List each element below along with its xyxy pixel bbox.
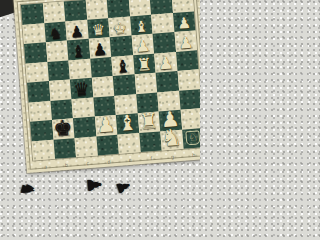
file-label-h: h xyxy=(188,152,198,159)
square-b1[interactable] xyxy=(53,138,76,159)
white-pawn-d2[interactable]: ♟ xyxy=(96,113,116,135)
chess-board: ♞♟♛♚♝♟♝♟♟♟♝♜♟♛♚♟♝♜♟♞♘ abcdefgh xyxy=(13,0,200,173)
square-d2[interactable]: ♟ xyxy=(94,115,117,136)
photo-background: { "game": "chess", "scene": "overhead ph… xyxy=(0,0,200,200)
captured-black-piece-1[interactable]: ♞ xyxy=(17,180,37,199)
square-e5[interactable]: ♝ xyxy=(111,55,134,76)
square-c3[interactable] xyxy=(71,97,94,118)
square-d1[interactable] xyxy=(96,134,119,155)
square-a1[interactable] xyxy=(32,139,55,160)
file-label-e: e xyxy=(125,157,135,164)
square-b8[interactable] xyxy=(42,2,65,23)
square-h3[interactable] xyxy=(179,89,200,110)
square-e8[interactable] xyxy=(107,0,130,18)
square-c4[interactable]: ♛ xyxy=(70,78,93,99)
white-rook-f2[interactable]: ♜ xyxy=(138,110,158,132)
file-label-g: g xyxy=(167,153,177,160)
square-c8[interactable] xyxy=(64,0,87,21)
square-d6[interactable]: ♟ xyxy=(88,37,111,58)
square-h2[interactable] xyxy=(180,108,200,129)
square-a6[interactable] xyxy=(24,42,47,63)
square-f6[interactable]: ♟ xyxy=(131,34,154,55)
file-label-c: c xyxy=(82,160,92,167)
black-king-b2[interactable]: ♚ xyxy=(53,117,73,139)
square-h5[interactable] xyxy=(176,50,199,71)
square-h4[interactable] xyxy=(177,69,200,90)
black-knight-b7[interactable]: ♞ xyxy=(48,26,63,42)
white-rook-f5[interactable]: ♜ xyxy=(136,56,153,74)
square-c1[interactable] xyxy=(74,136,97,157)
square-h7[interactable]: ♟ xyxy=(172,11,195,32)
black-bishop-c6[interactable]: ♝ xyxy=(71,43,87,60)
square-h6[interactable]: ♟ xyxy=(174,30,197,51)
brand-emblem: ♘ xyxy=(182,128,200,149)
black-pawn-d6[interactable]: ♟ xyxy=(92,41,108,58)
white-queen-d7[interactable]: ♛ xyxy=(91,22,106,38)
square-g4[interactable] xyxy=(156,71,179,92)
white-pawn-f6[interactable]: ♟ xyxy=(135,38,151,55)
black-pawn-c7[interactable]: ♟ xyxy=(70,24,85,40)
square-a8[interactable] xyxy=(21,3,44,24)
square-f5[interactable]: ♜ xyxy=(133,53,156,74)
square-f1[interactable] xyxy=(139,131,162,152)
white-pawn-g5[interactable]: ♟ xyxy=(157,54,174,72)
square-e7[interactable]: ♚ xyxy=(108,16,131,37)
file-label-b: b xyxy=(61,162,71,169)
square-e4[interactable] xyxy=(113,74,136,95)
square-a3[interactable] xyxy=(29,101,52,122)
square-d8[interactable] xyxy=(85,0,108,19)
square-g6[interactable] xyxy=(153,32,176,53)
white-bishop-f7[interactable]: ♝ xyxy=(134,19,149,35)
square-a7[interactable] xyxy=(22,23,45,44)
square-b5[interactable] xyxy=(47,60,70,81)
white-knight-g1[interactable]: ♞ xyxy=(160,126,182,151)
white-king-e7[interactable]: ♚ xyxy=(113,21,128,37)
square-a5[interactable] xyxy=(25,62,48,83)
square-f2[interactable]: ♜ xyxy=(137,112,160,133)
file-label-f: f xyxy=(146,155,156,162)
captured-black-piece-3[interactable]: ♟ xyxy=(113,178,133,197)
square-f7[interactable]: ♝ xyxy=(130,14,153,35)
square-g1[interactable]: ♞ xyxy=(160,129,183,150)
square-c6[interactable]: ♝ xyxy=(67,39,90,60)
square-c2[interactable] xyxy=(73,117,96,138)
square-d4[interactable] xyxy=(91,76,114,97)
file-label-a: a xyxy=(40,163,50,170)
captured-black-piece-2[interactable]: ♟ xyxy=(84,176,103,194)
knight-crest-icon: ♘ xyxy=(186,131,200,146)
square-c5[interactable] xyxy=(68,58,91,79)
square-g7[interactable] xyxy=(151,13,174,34)
square-d7[interactable]: ♛ xyxy=(87,18,110,39)
square-b7[interactable]: ♞ xyxy=(44,21,67,42)
square-b6[interactable] xyxy=(45,41,68,62)
square-a2[interactable] xyxy=(30,120,53,141)
board-squares: ♞♟♛♚♝♟♝♟♟♟♝♜♟♛♚♟♝♜♟♞♘ xyxy=(21,0,200,161)
square-h1[interactable]: ♘ xyxy=(182,128,200,149)
white-bishop-e2[interactable]: ♝ xyxy=(117,112,137,134)
square-e2[interactable]: ♝ xyxy=(116,113,139,134)
square-b2[interactable]: ♚ xyxy=(52,118,75,139)
square-b4[interactable] xyxy=(48,79,71,100)
square-e6[interactable] xyxy=(110,35,133,56)
square-a4[interactable] xyxy=(27,81,50,102)
white-pawn-h7[interactable]: ♟ xyxy=(177,16,192,32)
square-g5[interactable]: ♟ xyxy=(154,52,177,73)
black-bishop-e5[interactable]: ♝ xyxy=(115,58,132,76)
square-e1[interactable] xyxy=(117,133,140,154)
file-label-d: d xyxy=(104,158,114,165)
white-pawn-h6[interactable]: ♟ xyxy=(178,34,194,51)
square-f4[interactable] xyxy=(134,73,157,94)
square-c7[interactable]: ♟ xyxy=(65,19,88,40)
black-queen-c4[interactable]: ♛ xyxy=(73,79,91,98)
square-d5[interactable] xyxy=(90,57,113,78)
